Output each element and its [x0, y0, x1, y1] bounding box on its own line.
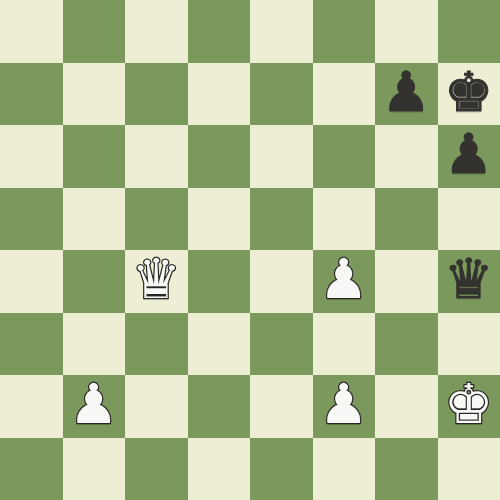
- square-d3[interactable]: [188, 313, 251, 376]
- square-g7[interactable]: ♟: [375, 63, 438, 126]
- square-d1[interactable]: [188, 438, 251, 500]
- square-e1[interactable]: [250, 438, 313, 500]
- black-king[interactable]: ♚: [444, 63, 493, 124]
- square-h5[interactable]: [438, 188, 500, 251]
- black-pawn[interactable]: ♟: [444, 125, 493, 186]
- square-b6[interactable]: [63, 125, 126, 188]
- square-f5[interactable]: [313, 188, 376, 251]
- square-c8[interactable]: [125, 0, 188, 63]
- square-e3[interactable]: [250, 313, 313, 376]
- square-f6[interactable]: [313, 125, 376, 188]
- square-a5[interactable]: [0, 188, 63, 251]
- square-f2[interactable]: ♟: [313, 375, 376, 438]
- black-queen[interactable]: ♛: [444, 250, 493, 311]
- square-d4[interactable]: [188, 250, 251, 313]
- square-a1[interactable]: [0, 438, 63, 500]
- square-e7[interactable]: [250, 63, 313, 126]
- square-f1[interactable]: [313, 438, 376, 500]
- square-h4[interactable]: ♛: [438, 250, 500, 313]
- square-c1[interactable]: [125, 438, 188, 500]
- square-e5[interactable]: [250, 188, 313, 251]
- white-pawn[interactable]: ♟: [319, 250, 368, 311]
- square-c2[interactable]: [125, 375, 188, 438]
- square-a4[interactable]: [0, 250, 63, 313]
- square-b4[interactable]: [63, 250, 126, 313]
- square-b8[interactable]: [63, 0, 126, 63]
- square-g5[interactable]: [375, 188, 438, 251]
- square-e4[interactable]: [250, 250, 313, 313]
- square-g8[interactable]: [375, 0, 438, 63]
- square-d2[interactable]: [188, 375, 251, 438]
- white-pawn[interactable]: ♟: [69, 375, 118, 436]
- square-h2[interactable]: ♚: [438, 375, 500, 438]
- square-g2[interactable]: [375, 375, 438, 438]
- square-f3[interactable]: [313, 313, 376, 376]
- white-pawn[interactable]: ♟: [319, 375, 368, 436]
- square-c4[interactable]: ♛: [125, 250, 188, 313]
- square-c7[interactable]: [125, 63, 188, 126]
- square-a6[interactable]: [0, 125, 63, 188]
- chess-board: ♟♚♟♛♟♛♟♟♚: [0, 0, 500, 500]
- square-a2[interactable]: [0, 375, 63, 438]
- square-e8[interactable]: [250, 0, 313, 63]
- square-a7[interactable]: [0, 63, 63, 126]
- square-d8[interactable]: [188, 0, 251, 63]
- white-king[interactable]: ♚: [444, 375, 493, 436]
- square-f4[interactable]: ♟: [313, 250, 376, 313]
- square-g3[interactable]: [375, 313, 438, 376]
- square-g1[interactable]: [375, 438, 438, 500]
- square-d6[interactable]: [188, 125, 251, 188]
- square-d5[interactable]: [188, 188, 251, 251]
- square-h3[interactable]: [438, 313, 500, 376]
- square-e2[interactable]: [250, 375, 313, 438]
- square-c5[interactable]: [125, 188, 188, 251]
- square-a8[interactable]: [0, 0, 63, 63]
- black-pawn[interactable]: ♟: [382, 63, 431, 124]
- square-b5[interactable]: [63, 188, 126, 251]
- square-b2[interactable]: ♟: [63, 375, 126, 438]
- square-g4[interactable]: [375, 250, 438, 313]
- square-b3[interactable]: [63, 313, 126, 376]
- square-h6[interactable]: ♟: [438, 125, 500, 188]
- square-b7[interactable]: [63, 63, 126, 126]
- square-d7[interactable]: [188, 63, 251, 126]
- square-h1[interactable]: [438, 438, 500, 500]
- square-c6[interactable]: [125, 125, 188, 188]
- square-h7[interactable]: ♚: [438, 63, 500, 126]
- square-b1[interactable]: [63, 438, 126, 500]
- square-a3[interactable]: [0, 313, 63, 376]
- white-queen[interactable]: ♛: [132, 250, 181, 311]
- square-h8[interactable]: [438, 0, 500, 63]
- square-f7[interactable]: [313, 63, 376, 126]
- square-g6[interactable]: [375, 125, 438, 188]
- square-e6[interactable]: [250, 125, 313, 188]
- square-c3[interactable]: [125, 313, 188, 376]
- square-f8[interactable]: [313, 0, 376, 63]
